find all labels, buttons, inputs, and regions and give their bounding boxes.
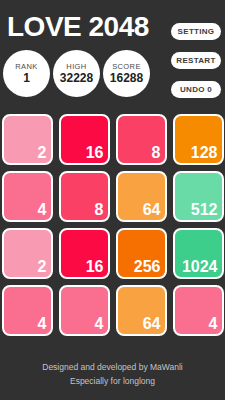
tile-value: 256: [134, 257, 161, 277]
footer-credit: Designed and developed by MaWanli: [0, 360, 225, 374]
tile-value: 512: [191, 200, 218, 220]
tile-r4c4: 4: [173, 285, 224, 336]
tile-value: 8: [152, 143, 161, 163]
tile-value: 16: [86, 257, 104, 277]
game-board[interactable]: 21681284864512216256102444644: [0, 114, 225, 336]
app: LOVE 2048 SETTING RESTART UNDO 0 RANK 1 …: [0, 0, 225, 400]
undo-button[interactable]: UNDO 0: [171, 81, 221, 98]
tile-value: 1024: [182, 257, 218, 277]
tile-r2c2: 8: [59, 171, 110, 222]
tile-value: 4: [209, 314, 218, 334]
tile-r1c3: 8: [116, 114, 167, 165]
rank-stat: RANK 1: [3, 50, 50, 97]
tile-value: 128: [191, 143, 218, 163]
tile-value: 64: [143, 200, 161, 220]
score-value: 16288: [110, 72, 143, 85]
tile-r1c2: 16: [59, 114, 110, 165]
tile-value: 4: [95, 314, 104, 334]
setting-button[interactable]: SETTING: [171, 23, 221, 40]
tile-r2c3: 64: [116, 171, 167, 222]
tile-value: 16: [86, 143, 104, 163]
tile-r3c4: 1024: [173, 228, 224, 279]
tile-r2c1: 4: [2, 171, 53, 222]
restart-button[interactable]: RESTART: [171, 52, 221, 69]
tile-r4c1: 4: [2, 285, 53, 336]
high-label: HIGH: [66, 63, 86, 71]
app-title: LOVE 2048: [7, 11, 149, 43]
tile-value: 8: [95, 200, 104, 220]
tile-value: 2: [38, 143, 47, 163]
tile-r3c2: 16: [59, 228, 110, 279]
score-label: SCORE: [112, 63, 141, 71]
tile-r3c3: 256: [116, 228, 167, 279]
score-stat: SCORE 16288: [103, 50, 150, 97]
footer-dedication: Especially for longlong: [0, 374, 225, 388]
header-buttons: SETTING RESTART UNDO 0: [171, 23, 221, 98]
tile-r4c3: 64: [116, 285, 167, 336]
tile-r1c1: 2: [2, 114, 53, 165]
tile-r4c2: 4: [59, 285, 110, 336]
high-stat: HIGH 32228: [53, 50, 100, 97]
tile-r1c4: 128: [173, 114, 224, 165]
stats-row: RANK 1 HIGH 32228 SCORE 16288: [3, 50, 150, 97]
tile-r2c4: 512: [173, 171, 224, 222]
tile-value: 4: [38, 314, 47, 334]
high-value: 32228: [60, 72, 93, 85]
tile-value: 64: [143, 314, 161, 334]
tile-r3c1: 2: [2, 228, 53, 279]
rank-value: 1: [23, 72, 30, 85]
rank-label: RANK: [15, 63, 37, 71]
tile-value: 4: [38, 200, 47, 220]
tile-value: 2: [38, 257, 47, 277]
footer: Designed and developed by MaWanli Especi…: [0, 360, 225, 388]
